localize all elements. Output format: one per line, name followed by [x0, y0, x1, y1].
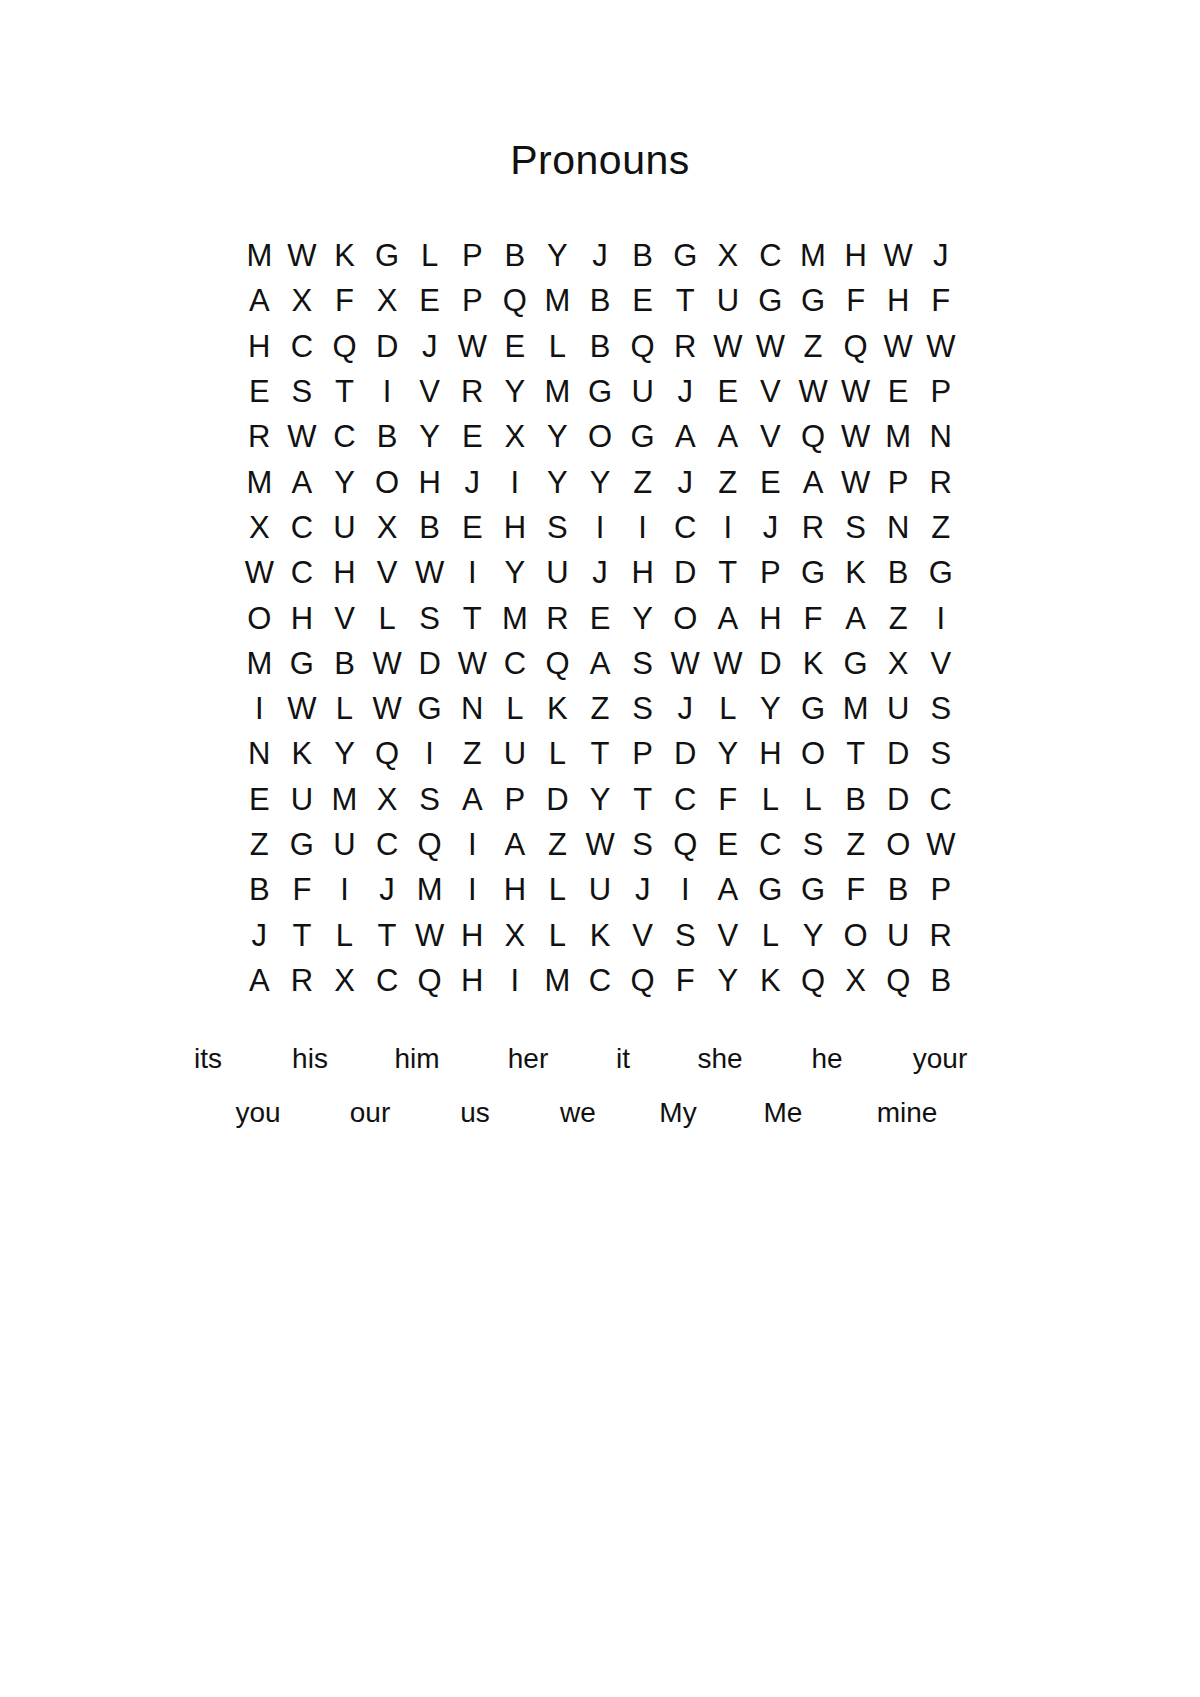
grid-cell[interactable]: H — [323, 550, 366, 595]
word-item: she — [697, 1043, 742, 1075]
grid-cell[interactable]: C — [281, 324, 324, 369]
grid-cell[interactable]: P — [877, 459, 920, 504]
grid-cell[interactable]: R — [281, 958, 324, 1003]
grid-cell[interactable]: I — [451, 867, 494, 912]
grid-cell[interactable]: I — [238, 686, 281, 731]
grid-cell[interactable]: L — [536, 324, 579, 369]
grid-cell[interactable]: Y — [579, 777, 622, 822]
grid-cell[interactable]: D — [664, 731, 707, 776]
grid-cell[interactable]: K — [792, 641, 835, 686]
grid-cell[interactable]: N — [451, 686, 494, 731]
grid-cell[interactable]: M — [238, 233, 281, 278]
word-item: our — [350, 1097, 390, 1129]
grid-cell[interactable]: I — [920, 595, 963, 640]
grid-cell[interactable]: W — [707, 641, 750, 686]
grid-cell[interactable]: W — [366, 641, 409, 686]
grid-cell[interactable]: X — [281, 278, 324, 323]
grid-cell[interactable]: H — [749, 595, 792, 640]
grid-cell[interactable]: L — [749, 912, 792, 957]
grid-cell[interactable]: L — [366, 595, 409, 640]
grid-cell[interactable]: N — [877, 505, 920, 550]
word-item: your — [913, 1043, 967, 1075]
grid-cell[interactable]: Y — [536, 459, 579, 504]
grid-cell[interactable]: E — [408, 278, 451, 323]
grid-cell[interactable]: F — [834, 867, 877, 912]
grid-cell[interactable]: W — [408, 550, 451, 595]
grid-cell[interactable]: C — [281, 505, 324, 550]
grid-cell[interactable]: Z — [877, 595, 920, 640]
grid-cell[interactable]: O — [579, 414, 622, 459]
grid-cell[interactable]: E — [238, 777, 281, 822]
grid-cell[interactable]: W — [834, 414, 877, 459]
grid-cell[interactable]: P — [451, 278, 494, 323]
grid-cell[interactable]: R — [451, 369, 494, 414]
grid-cell[interactable]: K — [281, 731, 324, 776]
grid-cell[interactable]: W — [281, 233, 324, 278]
grid-cell[interactable]: E — [877, 369, 920, 414]
grid-cell[interactable]: V — [749, 414, 792, 459]
grid-cell[interactable]: I — [621, 505, 664, 550]
grid-cell[interactable]: L — [707, 686, 750, 731]
grid-cell[interactable]: W — [408, 912, 451, 957]
grid-cell[interactable]: J — [408, 324, 451, 369]
grid-cell[interactable]: A — [664, 414, 707, 459]
grid-cell[interactable]: U — [536, 550, 579, 595]
grid-cell[interactable]: J — [579, 550, 622, 595]
grid-cell[interactable]: I — [494, 958, 537, 1003]
grid-cell[interactable]: Y — [621, 595, 664, 640]
grid-cell[interactable]: J — [749, 505, 792, 550]
grid-cell[interactable]: L — [536, 912, 579, 957]
grid-cell[interactable]: T — [366, 912, 409, 957]
grid-cell[interactable]: W — [920, 324, 963, 369]
grid-cell[interactable]: Q — [494, 278, 537, 323]
grid-cell[interactable]: B — [323, 641, 366, 686]
grid-cell[interactable]: R — [920, 912, 963, 957]
grid-cell[interactable]: Y — [494, 550, 537, 595]
grid-cell[interactable]: Y — [749, 686, 792, 731]
grid-cell[interactable]: M — [323, 777, 366, 822]
grid-cell[interactable]: I — [408, 731, 451, 776]
grid-cell[interactable]: T — [664, 278, 707, 323]
grid-cell[interactable]: J — [451, 459, 494, 504]
grid-cell[interactable]: D — [366, 324, 409, 369]
grid-cell[interactable]: H — [494, 867, 537, 912]
grid-cell[interactable]: F — [323, 278, 366, 323]
grid-cell[interactable]: H — [281, 595, 324, 640]
grid-cell[interactable]: C — [366, 822, 409, 867]
grid-cell[interactable]: B — [366, 414, 409, 459]
grid-cell[interactable]: S — [920, 731, 963, 776]
grid-cell[interactable]: F — [664, 958, 707, 1003]
grid-cell[interactable]: K — [323, 233, 366, 278]
grid-cell[interactable]: G — [749, 278, 792, 323]
grid-cell[interactable]: F — [792, 595, 835, 640]
grid-cell[interactable]: E — [238, 369, 281, 414]
grid-cell[interactable]: U — [494, 731, 537, 776]
grid-cell[interactable]: F — [920, 278, 963, 323]
grid-cell[interactable]: V — [621, 912, 664, 957]
grid-cell[interactable]: Q — [621, 324, 664, 369]
grid-cell[interactable]: L — [536, 731, 579, 776]
grid-cell[interactable]: W — [664, 641, 707, 686]
grid-cell[interactable]: I — [664, 867, 707, 912]
grid-cell[interactable]: G — [281, 822, 324, 867]
grid-cell[interactable]: M — [877, 414, 920, 459]
grid-cell[interactable]: L — [323, 686, 366, 731]
grid-cell[interactable]: R — [536, 595, 579, 640]
grid-cell[interactable]: Y — [792, 912, 835, 957]
grid-cell[interactable]: I — [579, 505, 622, 550]
grid-cell[interactable]: B — [408, 505, 451, 550]
grid-cell[interactable]: Y — [494, 369, 537, 414]
grid-cell[interactable]: U — [877, 912, 920, 957]
grid-cell[interactable]: X — [707, 233, 750, 278]
grid-cell[interactable]: D — [408, 641, 451, 686]
grid-cell[interactable]: I — [451, 550, 494, 595]
grid-cell[interactable]: F — [834, 278, 877, 323]
worksheet-page: Pronouns MWKGLPBYJBGXCMHWJAXFXEPQMBETUGG… — [0, 0, 1200, 1697]
grid-cell[interactable]: A — [579, 641, 622, 686]
grid-cell[interactable]: A — [707, 867, 750, 912]
grid-cell[interactable]: J — [238, 912, 281, 957]
grid-cell[interactable]: G — [792, 686, 835, 731]
grid-cell[interactable]: X — [877, 641, 920, 686]
grid-cell[interactable]: M — [494, 595, 537, 640]
grid-cell[interactable]: B — [877, 867, 920, 912]
grid-cell[interactable]: A — [281, 459, 324, 504]
grid-cell[interactable]: L — [408, 233, 451, 278]
grid-cell[interactable]: A — [792, 459, 835, 504]
word-item: its — [194, 1043, 222, 1075]
grid-cell[interactable]: Q — [792, 958, 835, 1003]
grid-cell[interactable]: L — [323, 912, 366, 957]
grid-cell[interactable]: W — [834, 369, 877, 414]
grid-cell[interactable]: O — [664, 595, 707, 640]
grid-cell[interactable]: Q — [877, 958, 920, 1003]
grid-cell[interactable]: Y — [707, 731, 750, 776]
grid-cell[interactable]: F — [281, 867, 324, 912]
grid-cell[interactable]: I — [707, 505, 750, 550]
grid-cell[interactable]: K — [536, 686, 579, 731]
grid-cell[interactable]: D — [749, 641, 792, 686]
grid-cell[interactable]: E — [451, 505, 494, 550]
grid-cell[interactable]: G — [621, 414, 664, 459]
grid-cell[interactable]: Z — [536, 822, 579, 867]
grid-cell[interactable]: H — [451, 912, 494, 957]
grid-cell[interactable]: X — [238, 505, 281, 550]
grid-cell[interactable]: U — [621, 369, 664, 414]
grid-cell[interactable]: G — [792, 867, 835, 912]
grid-cell[interactable]: C — [366, 958, 409, 1003]
grid-cell[interactable]: W — [877, 324, 920, 369]
grid-cell[interactable]: M — [408, 867, 451, 912]
grid-cell[interactable]: G — [281, 641, 324, 686]
grid-cell[interactable]: S — [408, 777, 451, 822]
grid-cell[interactable]: W — [920, 822, 963, 867]
grid-cell[interactable]: N — [238, 731, 281, 776]
grid-cell[interactable]: G — [664, 233, 707, 278]
grid-cell[interactable]: M — [238, 641, 281, 686]
grid-cell[interactable]: B — [579, 324, 622, 369]
grid-cell[interactable]: Q — [323, 324, 366, 369]
word-item: mine — [877, 1097, 938, 1129]
grid-cell[interactable]: T — [281, 912, 324, 957]
grid-cell[interactable]: H — [238, 324, 281, 369]
grid-cell[interactable]: T — [707, 550, 750, 595]
grid-cell[interactable]: C — [281, 550, 324, 595]
grid-cell[interactable]: M — [536, 369, 579, 414]
grid-cell[interactable]: S — [621, 686, 664, 731]
grid-cell[interactable]: S — [834, 505, 877, 550]
grid-cell[interactable]: Z — [579, 686, 622, 731]
grid-cell[interactable]: G — [920, 550, 963, 595]
grid-cell[interactable]: P — [920, 369, 963, 414]
grid-cell[interactable]: Q — [664, 822, 707, 867]
grid-cell[interactable]: S — [536, 505, 579, 550]
grid-cell[interactable]: E — [621, 278, 664, 323]
grid-cell[interactable]: Z — [451, 731, 494, 776]
grid-cell[interactable]: V — [707, 912, 750, 957]
word-search-grid: MWKGLPBYJBGXCMHWJAXFXEPQMBETUGGFHFHCQDJW… — [238, 233, 962, 1003]
grid-cell[interactable]: X — [366, 505, 409, 550]
grid-cell[interactable]: A — [494, 822, 537, 867]
grid-cell[interactable]: F — [707, 777, 750, 822]
grid-cell[interactable]: A — [238, 958, 281, 1003]
grid-cell[interactable]: C — [664, 505, 707, 550]
grid-cell[interactable]: W — [792, 369, 835, 414]
grid-cell[interactable]: J — [920, 233, 963, 278]
grid-cell[interactable]: Y — [536, 233, 579, 278]
grid-cell[interactable]: U — [707, 278, 750, 323]
grid-cell[interactable]: C — [920, 777, 963, 822]
grid-cell[interactable]: Y — [536, 414, 579, 459]
grid-cell[interactable]: V — [749, 369, 792, 414]
grid-cell[interactable]: Z — [920, 505, 963, 550]
grid-cell[interactable]: H — [408, 459, 451, 504]
grid-cell[interactable]: J — [664, 686, 707, 731]
grid-cell[interactable]: U — [877, 686, 920, 731]
word-item: it — [616, 1043, 630, 1075]
grid-cell[interactable]: A — [707, 595, 750, 640]
grid-cell[interactable]: E — [494, 324, 537, 369]
grid-cell[interactable]: C — [749, 233, 792, 278]
grid-cell[interactable]: Q — [621, 958, 664, 1003]
grid-cell[interactable]: I — [494, 459, 537, 504]
grid-cell[interactable]: P — [749, 550, 792, 595]
grid-cell[interactable]: T — [579, 731, 622, 776]
grid-cell[interactable]: S — [621, 822, 664, 867]
grid-cell[interactable]: Q — [408, 822, 451, 867]
grid-cell[interactable]: I — [323, 867, 366, 912]
grid-cell[interactable]: U — [579, 867, 622, 912]
grid-cell[interactable]: Y — [707, 958, 750, 1003]
grid-cell[interactable]: R — [920, 459, 963, 504]
grid-cell[interactable]: S — [281, 369, 324, 414]
grid-cell[interactable]: X — [366, 278, 409, 323]
grid-cell[interactable]: L — [536, 867, 579, 912]
grid-cell[interactable]: G — [749, 867, 792, 912]
grid-cell[interactable]: S — [792, 822, 835, 867]
grid-cell[interactable]: Z — [834, 822, 877, 867]
grid-cell[interactable]: O — [877, 822, 920, 867]
grid-cell[interactable]: P — [451, 233, 494, 278]
grid-cell[interactable]: O — [792, 731, 835, 776]
grid-cell[interactable]: I — [366, 369, 409, 414]
grid-cell[interactable]: W — [707, 324, 750, 369]
grid-cell[interactable]: D — [536, 777, 579, 822]
grid-cell[interactable]: B — [621, 233, 664, 278]
grid-cell[interactable]: G — [366, 233, 409, 278]
grid-cell[interactable]: S — [621, 641, 664, 686]
grid-cell[interactable]: X — [494, 912, 537, 957]
grid-cell[interactable]: S — [920, 686, 963, 731]
grid-cell[interactable]: A — [451, 777, 494, 822]
grid-cell[interactable]: C — [323, 414, 366, 459]
grid-cell[interactable]: K — [579, 912, 622, 957]
grid-cell[interactable]: D — [877, 777, 920, 822]
grid-cell[interactable]: Z — [792, 324, 835, 369]
grid-cell[interactable]: M — [536, 958, 579, 1003]
grid-cell[interactable]: K — [749, 958, 792, 1003]
grid-cell[interactable]: O — [834, 912, 877, 957]
grid-cell[interactable]: A — [238, 278, 281, 323]
grid-cell[interactable]: Q — [366, 731, 409, 776]
grid-cell[interactable]: X — [366, 777, 409, 822]
grid-cell[interactable]: L — [749, 777, 792, 822]
grid-cell[interactable]: T — [621, 777, 664, 822]
grid-cell[interactable]: X — [494, 414, 537, 459]
grid-cell[interactable]: W — [281, 686, 324, 731]
grid-cell[interactable]: H — [451, 958, 494, 1003]
grid-cell[interactable]: H — [621, 550, 664, 595]
grid-cell[interactable]: B — [877, 550, 920, 595]
grid-cell[interactable]: R — [238, 414, 281, 459]
grid-cell[interactable]: E — [749, 459, 792, 504]
grid-cell[interactable]: E — [707, 369, 750, 414]
grid-cell[interactable]: X — [323, 958, 366, 1003]
grid-cell[interactable]: Q — [408, 958, 451, 1003]
grid-cell[interactable]: B — [579, 278, 622, 323]
grid-cell[interactable]: Z — [621, 459, 664, 504]
grid-cell[interactable]: G — [792, 550, 835, 595]
grid-cell[interactable]: Y — [323, 731, 366, 776]
grid-cell[interactable]: O — [366, 459, 409, 504]
grid-cell[interactable]: G — [792, 278, 835, 323]
grid-cell[interactable]: T — [834, 731, 877, 776]
grid-cell[interactable]: R — [792, 505, 835, 550]
grid-cell[interactable]: B — [494, 233, 537, 278]
grid-cell[interactable]: P — [920, 867, 963, 912]
grid-cell[interactable]: C — [749, 822, 792, 867]
grid-cell[interactable]: D — [877, 731, 920, 776]
grid-cell[interactable]: V — [408, 369, 451, 414]
grid-cell[interactable]: J — [664, 459, 707, 504]
grid-cell[interactable]: W — [281, 414, 324, 459]
grid-cell[interactable]: H — [834, 233, 877, 278]
grid-cell[interactable]: J — [621, 867, 664, 912]
grid-cell[interactable]: H — [494, 505, 537, 550]
grid-cell[interactable]: C — [579, 958, 622, 1003]
grid-cell[interactable]: Q — [792, 414, 835, 459]
grid-cell[interactable]: U — [323, 505, 366, 550]
grid-cell[interactable]: M — [792, 233, 835, 278]
grid-cell[interactable]: H — [749, 731, 792, 776]
grid-cell[interactable]: L — [792, 777, 835, 822]
grid-cell[interactable]: G — [408, 686, 451, 731]
grid-cell[interactable]: Q — [536, 641, 579, 686]
grid-cell[interactable]: V — [323, 595, 366, 640]
grid-cell[interactable]: I — [451, 822, 494, 867]
grid-cell[interactable]: B — [238, 867, 281, 912]
grid-cell[interactable]: N — [920, 414, 963, 459]
grid-cell[interactable]: W — [749, 324, 792, 369]
grid-cell[interactable]: T — [451, 595, 494, 640]
grid-cell[interactable]: B — [920, 958, 963, 1003]
grid-cell[interactable]: W — [366, 686, 409, 731]
grid-cell[interactable]: V — [366, 550, 409, 595]
grid-cell[interactable]: Y — [323, 459, 366, 504]
grid-cell[interactable]: A — [834, 595, 877, 640]
grid-cell[interactable]: V — [920, 641, 963, 686]
grid-cell[interactable]: J — [366, 867, 409, 912]
grid-cell[interactable]: G — [834, 641, 877, 686]
grid-cell[interactable]: W — [834, 459, 877, 504]
grid-cell[interactable]: Y — [579, 459, 622, 504]
grid-cell[interactable]: Y — [408, 414, 451, 459]
grid-cell[interactable]: M — [834, 686, 877, 731]
grid-cell[interactable]: H — [877, 278, 920, 323]
grid-cell[interactable]: A — [707, 414, 750, 459]
grid-cell[interactable]: W — [579, 822, 622, 867]
grid-cell[interactable]: C — [494, 641, 537, 686]
grid-cell[interactable]: Z — [707, 459, 750, 504]
grid-cell[interactable]: O — [238, 595, 281, 640]
grid-cell[interactable]: R — [664, 324, 707, 369]
grid-cell[interactable]: U — [323, 822, 366, 867]
grid-cell[interactable]: Z — [238, 822, 281, 867]
grid-cell[interactable]: K — [834, 550, 877, 595]
grid-cell[interactable]: M — [238, 459, 281, 504]
grid-cell[interactable]: W — [238, 550, 281, 595]
grid-cell[interactable]: E — [707, 822, 750, 867]
grid-cell[interactable]: U — [281, 777, 324, 822]
grid-cell[interactable]: D — [664, 550, 707, 595]
grid-cell[interactable]: P — [621, 731, 664, 776]
grid-cell[interactable]: C — [664, 777, 707, 822]
grid-cell[interactable]: Q — [834, 324, 877, 369]
grid-cell[interactable]: G — [579, 369, 622, 414]
word-item: his — [292, 1043, 328, 1075]
word-item: My — [659, 1097, 696, 1129]
grid-cell[interactable]: E — [579, 595, 622, 640]
grid-cell[interactable]: S — [664, 912, 707, 957]
grid-cell[interactable]: S — [408, 595, 451, 640]
grid-cell[interactable]: W — [451, 324, 494, 369]
grid-cell[interactable]: L — [494, 686, 537, 731]
grid-cell[interactable]: J — [579, 233, 622, 278]
grid-cell[interactable]: J — [664, 369, 707, 414]
grid-cell[interactable]: W — [877, 233, 920, 278]
grid-cell[interactable]: E — [451, 414, 494, 459]
grid-cell[interactable]: X — [834, 958, 877, 1003]
grid-cell[interactable]: W — [451, 641, 494, 686]
word-item: he — [811, 1043, 842, 1075]
grid-cell[interactable]: M — [536, 278, 579, 323]
grid-cell[interactable]: B — [834, 777, 877, 822]
grid-cell[interactable]: T — [323, 369, 366, 414]
grid-cell[interactable]: P — [494, 777, 537, 822]
